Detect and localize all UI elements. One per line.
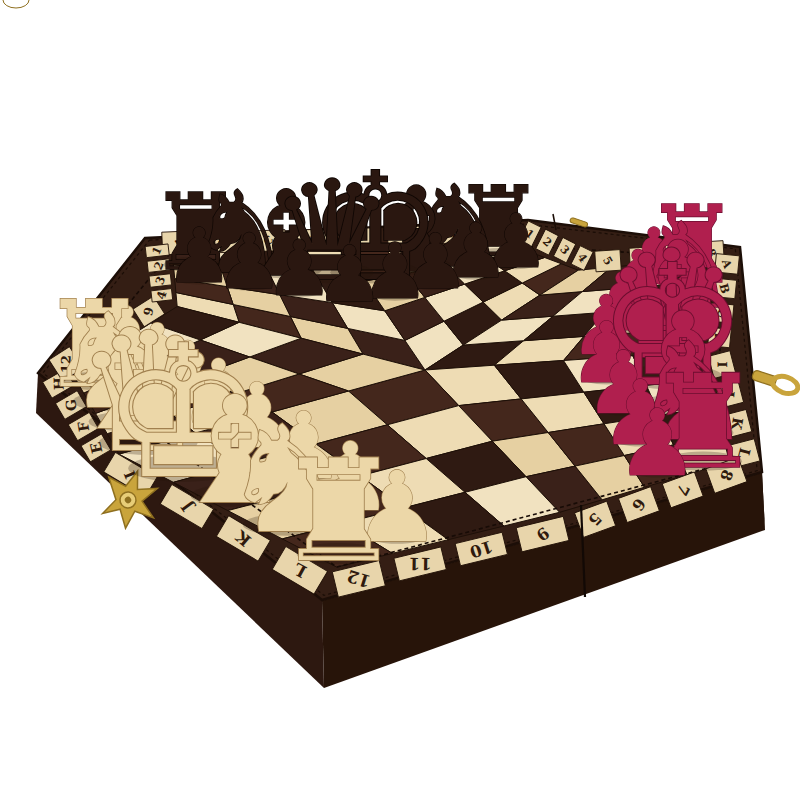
red-pawn: ♟ [616, 390, 699, 497]
three-player-chess-set: ABCDEFGH12345678ABCDIJKL87659101112LKJIE… [0, 0, 800, 800]
white-rook: ♜ [276, 429, 402, 593]
product-photo: ABCDEFGH12345678ABCDIJKL87659101112LKJIE… [0, 0, 800, 800]
black-pawn: ♟ [315, 229, 384, 319]
